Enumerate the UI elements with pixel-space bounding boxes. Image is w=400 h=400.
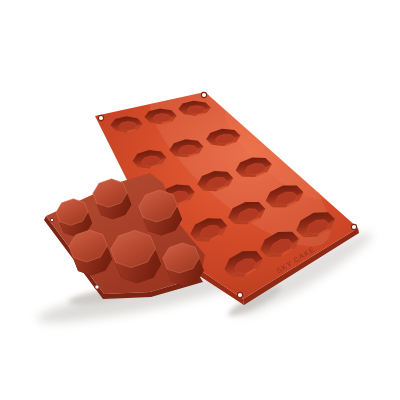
photo-canvas: SKY CAKE	[0, 0, 400, 400]
corner-hole	[351, 224, 356, 229]
mold-photo: SKY CAKE	[0, 0, 400, 400]
corner-hole	[237, 292, 242, 297]
cavity-floor	[119, 122, 137, 131]
corner-hole	[201, 92, 206, 97]
corner-hole	[50, 218, 54, 222]
corner-hole	[98, 115, 103, 120]
corner-hole	[95, 285, 99, 289]
cavity-floor	[153, 114, 171, 123]
cavity-floor	[187, 106, 205, 114]
